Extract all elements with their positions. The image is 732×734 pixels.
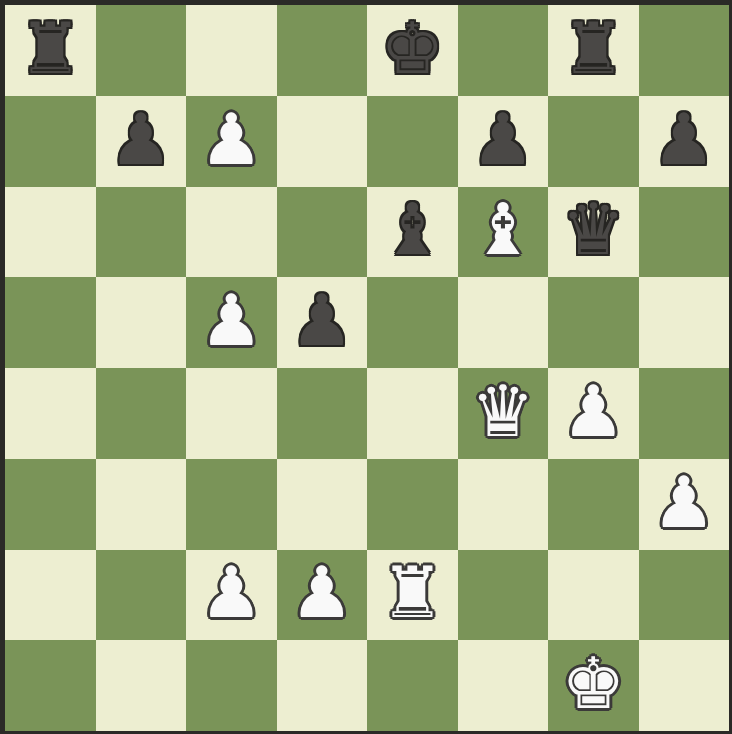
square-a4[interactable]	[5, 368, 96, 459]
square-g5[interactable]	[548, 277, 639, 368]
square-a6[interactable]	[5, 187, 96, 278]
square-d1[interactable]	[277, 640, 368, 731]
square-d6[interactable]	[277, 187, 368, 278]
white-pawn-piece[interactable]: ♟	[652, 467, 716, 538]
square-b8[interactable]	[96, 5, 187, 96]
square-g6[interactable]: ♛	[548, 187, 639, 278]
black-queen-piece[interactable]: ♛	[561, 194, 625, 265]
board-frame: ♜♚♜♟♟♟♟♝♝♛♟♟♛♟♟♟♟♜♚	[0, 0, 732, 734]
square-h3[interactable]: ♟	[639, 459, 730, 550]
square-e7[interactable]	[367, 96, 458, 187]
square-a5[interactable]	[5, 277, 96, 368]
black-pawn-piece[interactable]: ♟	[652, 104, 716, 175]
square-c3[interactable]	[186, 459, 277, 550]
square-a3[interactable]	[5, 459, 96, 550]
square-g7[interactable]	[548, 96, 639, 187]
square-h2[interactable]	[639, 550, 730, 641]
white-king-piece[interactable]: ♚	[561, 648, 625, 719]
square-f7[interactable]: ♟	[458, 96, 549, 187]
square-f8[interactable]	[458, 5, 549, 96]
black-king-piece[interactable]: ♚	[380, 13, 444, 84]
black-pawn-piece[interactable]: ♟	[109, 104, 173, 175]
square-b4[interactable]	[96, 368, 187, 459]
white-rook-piece[interactable]: ♜	[380, 557, 444, 628]
white-pawn-piece[interactable]: ♟	[199, 557, 263, 628]
square-h7[interactable]: ♟	[639, 96, 730, 187]
chess-board: ♜♚♜♟♟♟♟♝♝♛♟♟♛♟♟♟♟♜♚	[5, 5, 729, 731]
square-f5[interactable]	[458, 277, 549, 368]
white-pawn-piece[interactable]: ♟	[199, 285, 263, 356]
square-e5[interactable]	[367, 277, 458, 368]
square-d5[interactable]: ♟	[277, 277, 368, 368]
square-g8[interactable]: ♜	[548, 5, 639, 96]
square-f1[interactable]	[458, 640, 549, 731]
square-h1[interactable]	[639, 640, 730, 731]
square-a8[interactable]: ♜	[5, 5, 96, 96]
square-e1[interactable]	[367, 640, 458, 731]
square-c6[interactable]	[186, 187, 277, 278]
square-b5[interactable]	[96, 277, 187, 368]
square-h6[interactable]	[639, 187, 730, 278]
square-h8[interactable]	[639, 5, 730, 96]
square-e2[interactable]: ♜	[367, 550, 458, 641]
square-d8[interactable]	[277, 5, 368, 96]
square-a1[interactable]	[5, 640, 96, 731]
square-b6[interactable]	[96, 187, 187, 278]
white-pawn-piece[interactable]: ♟	[561, 376, 625, 447]
square-g4[interactable]: ♟	[548, 368, 639, 459]
square-b3[interactable]	[96, 459, 187, 550]
square-g2[interactable]	[548, 550, 639, 641]
square-d7[interactable]	[277, 96, 368, 187]
square-c8[interactable]	[186, 5, 277, 96]
square-e6[interactable]: ♝	[367, 187, 458, 278]
square-b7[interactable]: ♟	[96, 96, 187, 187]
square-d4[interactable]	[277, 368, 368, 459]
square-a2[interactable]	[5, 550, 96, 641]
square-g1[interactable]: ♚	[548, 640, 639, 731]
white-pawn-piece[interactable]: ♟	[290, 557, 354, 628]
square-c1[interactable]	[186, 640, 277, 731]
square-h4[interactable]	[639, 368, 730, 459]
white-pawn-piece[interactable]: ♟	[199, 104, 263, 175]
black-pawn-piece[interactable]: ♟	[471, 104, 535, 175]
black-bishop-piece[interactable]: ♝	[380, 194, 444, 265]
square-b2[interactable]	[96, 550, 187, 641]
square-c2[interactable]: ♟	[186, 550, 277, 641]
square-h5[interactable]	[639, 277, 730, 368]
square-c7[interactable]: ♟	[186, 96, 277, 187]
square-g3[interactable]	[548, 459, 639, 550]
square-c4[interactable]	[186, 368, 277, 459]
square-f3[interactable]	[458, 459, 549, 550]
white-bishop-piece[interactable]: ♝	[471, 194, 535, 265]
white-queen-piece[interactable]: ♛	[471, 376, 535, 447]
square-e8[interactable]: ♚	[367, 5, 458, 96]
square-b1[interactable]	[96, 640, 187, 731]
square-f2[interactable]	[458, 550, 549, 641]
square-c5[interactable]: ♟	[186, 277, 277, 368]
black-rook-piece[interactable]: ♜	[561, 13, 625, 84]
square-e4[interactable]	[367, 368, 458, 459]
square-f6[interactable]: ♝	[458, 187, 549, 278]
square-e3[interactable]	[367, 459, 458, 550]
square-d2[interactable]: ♟	[277, 550, 368, 641]
black-pawn-piece[interactable]: ♟	[290, 285, 354, 356]
square-f4[interactable]: ♛	[458, 368, 549, 459]
black-rook-piece[interactable]: ♜	[18, 13, 82, 84]
square-a7[interactable]	[5, 96, 96, 187]
square-d3[interactable]	[277, 459, 368, 550]
